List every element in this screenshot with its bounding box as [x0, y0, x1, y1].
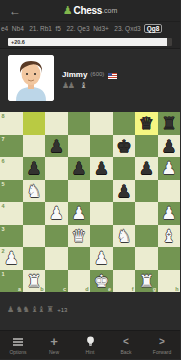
square-g6[interactable]: ♟ — [135, 157, 158, 180]
opponent-info: Jimmy (600) ♟♟ ♝ — [0, 49, 180, 112]
forward-button[interactable]: > Forward — [144, 331, 180, 359]
white-pawn-a2: ♟ — [0, 247, 23, 270]
square-c2[interactable] — [45, 247, 68, 270]
square-d8[interactable] — [68, 112, 91, 135]
avatar[interactable] — [8, 55, 54, 101]
options-label: Options — [9, 349, 26, 355]
square-b4[interactable] — [23, 202, 46, 225]
file-label-h: h — [175, 286, 178, 292]
square-e8[interactable] — [90, 112, 113, 135]
white-rook-b1: ♜ — [23, 270, 46, 293]
square-h2[interactable] — [158, 247, 181, 270]
plus-icon: + — [50, 336, 58, 348]
lightbulb-icon — [86, 336, 95, 348]
file-label-f: f — [132, 286, 134, 292]
square-a2[interactable]: 2♟ — [0, 247, 23, 270]
rank-label-8: 8 — [2, 113, 5, 119]
white-bishop-h3: ♝ — [158, 225, 181, 248]
black-pawn-f5: ♟ — [113, 180, 136, 203]
back-button[interactable]: < Back — [108, 331, 144, 359]
white-knight-f3: ♞ — [113, 225, 136, 248]
square-a7[interactable]: 7 — [0, 135, 23, 158]
square-f1[interactable]: f — [113, 270, 136, 293]
square-b2[interactable] — [23, 247, 46, 270]
file-label-c: c — [63, 286, 66, 292]
black-pawn-h7: ♟ — [158, 135, 181, 158]
square-a8[interactable]: 8 — [0, 112, 23, 135]
white-king-e1: ♚ — [90, 270, 113, 293]
square-a3[interactable]: 3 — [0, 225, 23, 248]
options-list-icon — [13, 338, 23, 346]
bottom-nav: Options + New Hint < Back > Forward — [0, 330, 180, 359]
square-h5[interactable] — [158, 180, 181, 203]
square-c8[interactable] — [45, 112, 68, 135]
square-e3[interactable] — [90, 225, 113, 248]
square-a6[interactable]: 6 — [0, 157, 23, 180]
player-rating: (600) — [90, 71, 104, 77]
captured-bishop: ♝ — [80, 81, 87, 90]
black-pawn-d6: ♟ — [68, 157, 91, 180]
square-f5[interactable]: ♟ — [113, 180, 136, 203]
black-king-f7: ♚ — [113, 135, 136, 158]
white-pawn-h4: ♟ — [158, 202, 181, 225]
white-pawn-e2: ♟ — [90, 247, 113, 270]
square-g2[interactable] — [135, 247, 158, 270]
evaluation-bar: +20.6 — [8, 38, 172, 46]
top-bar: ← ♟ Chess .com — [0, 0, 180, 22]
square-f7[interactable]: ♚ — [113, 135, 136, 158]
square-b3[interactable] — [23, 225, 46, 248]
moves-text[interactable]: e4 Nb4 21. Rb1 f5 22. Qe3 Nd3+ 23. Qxd3 — [1, 25, 141, 32]
white-rook-g1: ♜ — [135, 270, 158, 293]
square-c6[interactable] — [45, 157, 68, 180]
black-rook-h8: ♜ — [158, 112, 181, 135]
square-c5[interactable] — [45, 180, 68, 203]
square-g1[interactable]: g♜ — [135, 270, 158, 293]
square-d5[interactable] — [68, 180, 91, 203]
new-label: New — [49, 349, 59, 355]
square-g7[interactable] — [135, 135, 158, 158]
square-c4[interactable]: ♟ — [45, 202, 68, 225]
square-f2[interactable] — [113, 247, 136, 270]
square-a4[interactable]: 4 — [0, 202, 23, 225]
forward-label: Forward — [153, 349, 171, 355]
square-d6[interactable]: ♟ — [68, 157, 91, 180]
logo-pawn-icon: ♟ — [63, 4, 73, 17]
us-flag-icon — [108, 65, 117, 83]
bottom-player-section: ♟ ♞♞ ♝♝ ♜ +13 — [0, 292, 180, 330]
captured-pawns: ♟♟ — [62, 81, 73, 90]
square-d2[interactable] — [68, 247, 91, 270]
player-captured-pieces: ♟ ♞♞ ♝♝ ♜ — [7, 305, 53, 314]
square-b5[interactable]: ♞ — [23, 180, 46, 203]
square-g5[interactable] — [135, 180, 158, 203]
square-h3[interactable]: ♝ — [158, 225, 181, 248]
square-h6[interactable]: ♟ — [158, 157, 181, 180]
rank-label-1: 1 — [2, 271, 5, 277]
square-h8[interactable]: ♜ — [158, 112, 181, 135]
rank-label-6: 6 — [2, 158, 5, 164]
square-f3[interactable]: ♞ — [113, 225, 136, 248]
black-pawn-e6: ♟ — [90, 157, 113, 180]
logo-text: Chess — [74, 5, 103, 16]
opponent-captured-pieces: ♟♟ ♝ — [62, 81, 87, 90]
square-f6[interactable] — [113, 157, 136, 180]
new-game-button[interactable]: + New — [36, 331, 72, 359]
square-d1[interactable]: d — [68, 270, 91, 293]
square-e2[interactable]: ♟ — [90, 247, 113, 270]
current-move-badge[interactable]: Qg8 — [144, 24, 163, 33]
square-f8[interactable] — [113, 112, 136, 135]
chevron-left-icon: < — [123, 336, 129, 348]
board: 8♛♜7♟♚♟6♟♟♟♟♟5♞♟4♟♟♟3♛♞♝2♟♟1ab♜cde♚fg♜h — [0, 112, 180, 292]
square-c3[interactable] — [45, 225, 68, 248]
options-button[interactable]: Options — [0, 331, 36, 359]
back-arrow-icon[interactable]: ← — [0, 4, 30, 18]
square-h1[interactable]: h — [158, 270, 181, 293]
white-knight-b5: ♞ — [23, 180, 46, 203]
white-pawn-h6: ♟ — [158, 157, 181, 180]
black-pawn-b6: ♟ — [23, 157, 46, 180]
square-e6[interactable]: ♟ — [90, 157, 113, 180]
square-g4[interactable] — [135, 202, 158, 225]
black-pawn-c7: ♟ — [45, 135, 68, 158]
hint-label: Hint — [86, 349, 95, 355]
square-f4[interactable] — [113, 202, 136, 225]
eval-white-fill — [8, 38, 167, 46]
rank-label-4: 4 — [2, 203, 5, 209]
white-pawn-d4: ♟ — [68, 202, 91, 225]
square-g3[interactable] — [135, 225, 158, 248]
square-c7[interactable]: ♟ — [45, 135, 68, 158]
black-pawn-g6: ♟ — [135, 157, 158, 180]
square-e5[interactable] — [90, 180, 113, 203]
square-b8[interactable] — [23, 112, 46, 135]
black-queen-g8: ♛ — [135, 112, 158, 135]
player-name[interactable]: Jimmy — [62, 70, 87, 79]
file-label-d: d — [85, 286, 88, 292]
square-b1[interactable]: b♜ — [23, 270, 46, 293]
square-d4[interactable]: ♟ — [68, 202, 91, 225]
square-a1[interactable]: 1a — [0, 270, 23, 293]
square-e7[interactable] — [90, 135, 113, 158]
white-pawn-c4: ♟ — [45, 202, 68, 225]
rank-label-5: 5 — [2, 181, 5, 187]
square-g8[interactable]: ♛ — [135, 112, 158, 135]
white-queen-d3: ♛ — [68, 225, 91, 248]
square-h7[interactable]: ♟ — [158, 135, 181, 158]
material-advantage: +13 — [57, 307, 67, 313]
hint-button[interactable]: Hint — [72, 331, 108, 359]
evaluation-section: +20.6 — [0, 35, 180, 49]
square-d3[interactable]: ♛ — [68, 225, 91, 248]
square-c1[interactable]: c — [45, 270, 68, 293]
file-label-a: a — [18, 286, 21, 292]
eval-value: +20.6 — [11, 38, 25, 46]
square-e1[interactable]: e♚ — [90, 270, 113, 293]
rank-label-7: 7 — [2, 136, 5, 142]
square-d7[interactable] — [68, 135, 91, 158]
back-label: Back — [120, 349, 131, 355]
chevron-right-icon: > — [159, 336, 165, 348]
square-h4[interactable]: ♟ — [158, 202, 181, 225]
square-b7[interactable] — [23, 135, 46, 158]
logo-suffix: .com — [102, 7, 117, 14]
square-a5[interactable]: 5 — [0, 180, 23, 203]
square-b6[interactable]: ♟ — [23, 157, 46, 180]
rank-label-3: 3 — [2, 226, 5, 232]
chesscom-logo: ♟ Chess .com — [63, 4, 118, 17]
move-list[interactable]: e4 Nb4 21. Rb1 f5 22. Qe3 Nd3+ 23. Qxd3 … — [0, 22, 180, 35]
square-e4[interactable] — [90, 202, 113, 225]
